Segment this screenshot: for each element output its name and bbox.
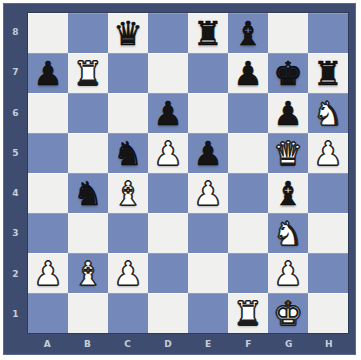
square-c8[interactable]: ♛ <box>108 13 148 53</box>
square-b4[interactable]: ♞ <box>68 173 108 213</box>
square-g1[interactable]: ♚ <box>268 293 308 333</box>
square-b6[interactable] <box>68 93 108 133</box>
black-pawn-e5[interactable]: ♟ <box>188 133 228 173</box>
black-pawn-f7[interactable]: ♟ <box>228 53 268 93</box>
square-a1[interactable] <box>28 293 68 333</box>
square-c7[interactable] <box>108 53 148 93</box>
square-a2[interactable]: ♟ <box>28 253 68 293</box>
square-b1[interactable] <box>68 293 108 333</box>
white-pawn-c2[interactable]: ♟ <box>108 253 148 293</box>
square-a6[interactable] <box>28 93 68 133</box>
white-queen-g5[interactable]: ♛ <box>268 133 308 173</box>
file-label-h: h <box>309 334 349 354</box>
black-rook-e8[interactable]: ♜ <box>188 13 228 53</box>
black-pawn-g6[interactable]: ♟ <box>268 93 308 133</box>
black-knight-c5[interactable]: ♞ <box>108 133 148 173</box>
square-f8[interactable]: ♝ <box>228 13 268 53</box>
square-h8[interactable] <box>308 13 348 53</box>
rank-label-6: 6 <box>4 93 27 133</box>
square-h7[interactable]: ♜ <box>308 53 348 93</box>
square-e2[interactable] <box>188 253 228 293</box>
square-h3[interactable] <box>308 213 348 253</box>
square-d6[interactable]: ♟ <box>148 93 188 133</box>
white-knight-g3[interactable]: ♞ <box>268 213 308 253</box>
square-e7[interactable] <box>188 53 228 93</box>
black-queen-c8[interactable]: ♛ <box>108 13 148 53</box>
file-label-f: f <box>228 334 268 354</box>
file-label-e: e <box>188 334 228 354</box>
square-b8[interactable] <box>68 13 108 53</box>
black-rook-h7[interactable]: ♜ <box>308 53 348 93</box>
rank-label-5: 5 <box>4 133 27 173</box>
file-label-g: g <box>269 334 309 354</box>
white-rook-f1[interactable]: ♜ <box>228 293 268 333</box>
square-e3[interactable] <box>188 213 228 253</box>
square-f1[interactable]: ♜ <box>228 293 268 333</box>
square-e5[interactable]: ♟ <box>188 133 228 173</box>
black-knight-b4[interactable]: ♞ <box>68 173 108 213</box>
square-a5[interactable] <box>28 133 68 173</box>
white-pawn-a2[interactable]: ♟ <box>28 253 68 293</box>
square-g2[interactable]: ♟ <box>268 253 308 293</box>
file-labels: abcdefgh <box>27 334 349 354</box>
file-label-b: b <box>67 334 107 354</box>
chess-board[interactable]: ♛♜♝♟♜♟♚♜♟♟♞♞♟♟♛♟♞♝♟♝♞♟♝♟♟♜♚ <box>27 12 349 334</box>
square-d4[interactable] <box>148 173 188 213</box>
rank-labels: 87654321 <box>4 12 27 334</box>
square-g6[interactable]: ♟ <box>268 93 308 133</box>
black-bishop-f8[interactable]: ♝ <box>228 13 268 53</box>
white-pawn-g2[interactable]: ♟ <box>268 253 308 293</box>
square-d1[interactable] <box>148 293 188 333</box>
square-e1[interactable] <box>188 293 228 333</box>
square-g3[interactable]: ♞ <box>268 213 308 253</box>
file-label-c: c <box>108 334 148 354</box>
square-g4[interactable]: ♝ <box>268 173 308 213</box>
file-label-a: a <box>27 334 67 354</box>
square-d5[interactable]: ♟ <box>148 133 188 173</box>
white-pawn-h5[interactable]: ♟ <box>308 133 348 173</box>
rank-label-7: 7 <box>4 52 27 92</box>
square-a8[interactable] <box>28 13 68 53</box>
white-king-g1[interactable]: ♚ <box>268 293 308 333</box>
square-f7[interactable]: ♟ <box>228 53 268 93</box>
square-g7[interactable]: ♚ <box>268 53 308 93</box>
white-pawn-e4[interactable]: ♟ <box>188 173 228 213</box>
square-c2[interactable]: ♟ <box>108 253 148 293</box>
white-bishop-c4[interactable]: ♝ <box>108 173 148 213</box>
square-e6[interactable] <box>188 93 228 133</box>
square-c4[interactable]: ♝ <box>108 173 148 213</box>
square-a4[interactable] <box>28 173 68 213</box>
white-bishop-b2[interactable]: ♝ <box>68 253 108 293</box>
square-e8[interactable]: ♜ <box>188 13 228 53</box>
board-frame: 87654321 ♛♜♝♟♜♟♚♜♟♟♞♞♟♟♛♟♞♝♟♝♞♟♝♟♟♜♚ abc… <box>3 3 356 355</box>
square-g5[interactable]: ♛ <box>268 133 308 173</box>
square-e4[interactable]: ♟ <box>188 173 228 213</box>
rank-label-8: 8 <box>4 12 27 52</box>
square-b5[interactable] <box>68 133 108 173</box>
square-b2[interactable]: ♝ <box>68 253 108 293</box>
black-pawn-a7[interactable]: ♟ <box>28 53 68 93</box>
square-c3[interactable] <box>108 213 148 253</box>
white-pawn-d5[interactable]: ♟ <box>148 133 188 173</box>
square-f4[interactable] <box>228 173 268 213</box>
square-c6[interactable] <box>108 93 148 133</box>
square-f3[interactable] <box>228 213 268 253</box>
black-pawn-d6[interactable]: ♟ <box>148 93 188 133</box>
rank-label-3: 3 <box>4 213 27 253</box>
square-f6[interactable] <box>228 93 268 133</box>
square-h6[interactable]: ♞ <box>308 93 348 133</box>
square-d3[interactable] <box>148 213 188 253</box>
white-rook-b7[interactable]: ♜ <box>68 53 108 93</box>
square-h1[interactable] <box>308 293 348 333</box>
square-c5[interactable]: ♞ <box>108 133 148 173</box>
chess-board-screenshot: 87654321 ♛♜♝♟♜♟♚♜♟♟♞♞♟♟♛♟♞♝♟♝♞♟♝♟♟♜♚ abc… <box>0 0 361 360</box>
black-king-g7[interactable]: ♚ <box>268 53 308 93</box>
square-g8[interactable] <box>268 13 308 53</box>
rank-label-2: 2 <box>4 254 27 294</box>
square-d8[interactable] <box>148 13 188 53</box>
square-a7[interactable]: ♟ <box>28 53 68 93</box>
square-a3[interactable] <box>28 213 68 253</box>
square-d2[interactable] <box>148 253 188 293</box>
rank-label-4: 4 <box>4 173 27 213</box>
square-h4[interactable] <box>308 173 348 213</box>
square-f5[interactable] <box>228 133 268 173</box>
square-c1[interactable] <box>108 293 148 333</box>
black-bishop-g4[interactable]: ♝ <box>268 173 308 213</box>
square-f2[interactable] <box>228 253 268 293</box>
square-h2[interactable] <box>308 253 348 293</box>
file-label-d: d <box>148 334 188 354</box>
square-b3[interactable] <box>68 213 108 253</box>
square-b7[interactable]: ♜ <box>68 53 108 93</box>
square-h5[interactable]: ♟ <box>308 133 348 173</box>
square-d7[interactable] <box>148 53 188 93</box>
white-knight-h6[interactable]: ♞ <box>308 93 348 133</box>
rank-label-1: 1 <box>4 294 27 334</box>
